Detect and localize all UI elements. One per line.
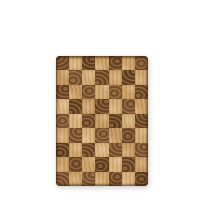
board-cell	[82, 99, 95, 113]
board-cell	[109, 85, 122, 99]
board-cell	[95, 99, 108, 113]
board-cell	[122, 56, 135, 70]
board-cell	[82, 172, 95, 186]
board-cell	[56, 114, 69, 128]
board-cell	[69, 85, 82, 99]
board-cell	[122, 114, 135, 128]
board-cell	[56, 172, 69, 186]
board-cell	[69, 114, 82, 128]
board-cell	[95, 128, 108, 142]
board-cell	[69, 157, 82, 171]
board-cell	[122, 70, 135, 84]
board-cell	[135, 56, 148, 70]
board-cell	[122, 99, 135, 113]
board-cell	[135, 114, 148, 128]
board-cell	[95, 85, 108, 99]
board-cell	[69, 99, 82, 113]
board-cell	[135, 99, 148, 113]
board-cell	[135, 157, 148, 171]
board-cell	[109, 99, 122, 113]
board-cell	[122, 85, 135, 99]
board-cell	[109, 114, 122, 128]
board-cell	[95, 157, 108, 171]
board-cell	[82, 128, 95, 142]
board-cell	[82, 85, 95, 99]
board-cell	[82, 157, 95, 171]
board-cell	[109, 143, 122, 157]
board-cell	[56, 99, 69, 113]
cutting-board	[56, 56, 148, 186]
board-cell	[82, 114, 95, 128]
board-cell	[135, 85, 148, 99]
board-cell	[95, 56, 108, 70]
board-cell	[69, 70, 82, 84]
board-cell	[95, 70, 108, 84]
board-cell	[95, 172, 108, 186]
board-cell	[56, 128, 69, 142]
board-cell	[56, 56, 69, 70]
board-cell	[122, 128, 135, 142]
board-cell	[109, 56, 122, 70]
board-cell	[56, 70, 69, 84]
board-cell	[69, 172, 82, 186]
board-cell	[109, 157, 122, 171]
board-cell	[82, 56, 95, 70]
board-cell	[135, 172, 148, 186]
board-cell	[109, 70, 122, 84]
board-cell	[56, 157, 69, 171]
board-cell	[82, 70, 95, 84]
board-cell	[135, 143, 148, 157]
board-cell	[56, 85, 69, 99]
board-cell	[135, 128, 148, 142]
board-cell	[109, 128, 122, 142]
board-cell	[69, 56, 82, 70]
board-cell	[95, 114, 108, 128]
board-cell	[122, 143, 135, 157]
board-cell	[135, 70, 148, 84]
photo-background	[0, 0, 200, 200]
board-cell	[56, 143, 69, 157]
board-cell	[69, 143, 82, 157]
board-cell	[82, 143, 95, 157]
board-cell	[109, 172, 122, 186]
board-cell	[122, 157, 135, 171]
board-cell	[122, 172, 135, 186]
board-cell	[95, 143, 108, 157]
board-cell	[69, 128, 82, 142]
